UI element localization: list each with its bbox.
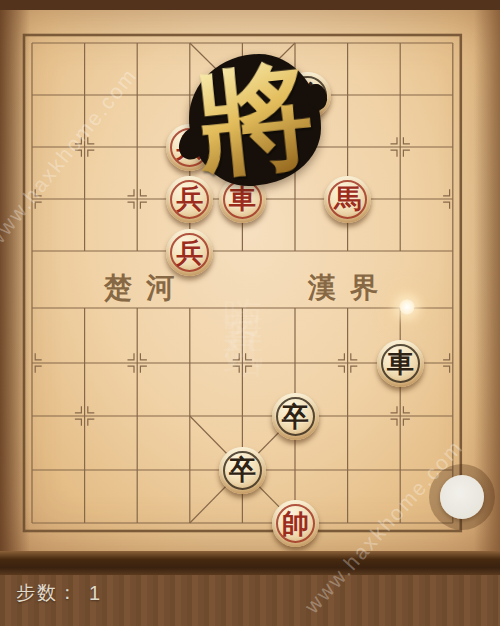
step-counter-value: 1 [89, 582, 102, 605]
piece-ring [328, 180, 367, 219]
piece-red-帥[interactable]: 帥 [272, 500, 319, 547]
piece-black-卒[interactable]: 卒 [272, 393, 319, 440]
piece-red-馬[interactable]: 馬 [324, 176, 371, 223]
piece-ring [276, 397, 315, 436]
check-stamp: 將 [189, 54, 321, 186]
floating-assistant-button[interactable] [440, 475, 484, 519]
piece-ring [170, 233, 209, 272]
piece-ring [223, 451, 262, 490]
board-bevel-edge [0, 551, 500, 575]
game-screen: 楚河 漢界 將兵兵車馬兵車卒卒帥 將 步数： 1 www.haxkhome.co… [0, 0, 500, 626]
top-edge [0, 0, 500, 10]
piece-ring [381, 344, 420, 383]
step-counter-label: 步数： [16, 580, 79, 606]
piece-red-兵[interactable]: 兵 [166, 229, 213, 276]
piece-black-卒[interactable]: 卒 [219, 447, 266, 494]
step-counter: 步数： 1 [16, 580, 102, 606]
piece-ring [276, 504, 315, 543]
piece-black-車[interactable]: 車 [377, 340, 424, 387]
check-stamp-glyph: 將 [191, 56, 318, 183]
